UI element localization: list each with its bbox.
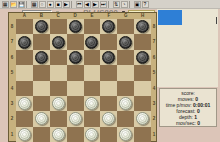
square-d8[interactable] [67, 19, 84, 34]
square-f6[interactable] [100, 50, 117, 65]
square-c8[interactable] [50, 19, 67, 34]
rank-label-7: 7 [8, 34, 16, 49]
square-a5[interactable] [16, 65, 33, 80]
black-man-b6[interactable] [35, 51, 48, 64]
rank-label-2: 2 [151, 111, 157, 126]
move-list-caret [216, 17, 217, 24]
file-label-d: D [67, 13, 84, 19]
rank-label-8: 8 [8, 19, 16, 34]
square-e8[interactable] [84, 19, 101, 34]
save-icon[interactable]: 💾 [18, 1, 25, 8]
square-f8[interactable] [100, 19, 117, 34]
move-list[interactable] [157, 9, 218, 87]
help-icon[interactable]: ? [142, 1, 149, 8]
go-start-icon[interactable]: ⏮ [76, 1, 83, 8]
square-f1[interactable] [100, 127, 117, 142]
square-d1[interactable] [67, 127, 84, 142]
square-f7[interactable] [100, 34, 117, 49]
white-man-c3[interactable] [52, 97, 65, 110]
black-man-b8[interactable] [35, 20, 48, 33]
white-man-h2[interactable] [136, 112, 149, 125]
toolbar-separator [129, 1, 132, 8]
checkers-app-window: ▦📂💾▩○●■▶⏮◀▶⏭⇅◔▣? 0 00:00 0 00:00 PLUS800… [0, 0, 220, 142]
square-e5[interactable] [84, 65, 101, 80]
square-h4[interactable] [134, 81, 151, 96]
square-h8[interactable] [134, 19, 151, 34]
step-back-icon[interactable]: ◀ [84, 1, 91, 8]
square-b3[interactable] [33, 96, 50, 111]
square-d4[interactable] [67, 81, 84, 96]
setup-board-icon[interactable]: ▩ [31, 1, 38, 8]
file-label-e: E [84, 13, 101, 19]
rank-label-3: 3 [8, 96, 16, 111]
square-e1[interactable] [84, 127, 101, 142]
white-man-d2[interactable] [69, 112, 82, 125]
square-a6[interactable] [16, 50, 33, 65]
square-g7[interactable] [117, 34, 134, 49]
square-b7[interactable] [33, 34, 50, 49]
white-piece-icon[interactable]: ○ [39, 1, 46, 8]
square-c5[interactable] [50, 65, 67, 80]
square-b6[interactable] [33, 50, 50, 65]
square-c2[interactable] [50, 111, 67, 126]
square-a4[interactable] [16, 81, 33, 96]
panel-toggle-icon[interactable]: ▣ [134, 1, 141, 8]
square-h3[interactable] [134, 96, 151, 111]
square-a2[interactable] [16, 111, 33, 126]
square-g3[interactable] [117, 96, 134, 111]
black-man-d8[interactable] [69, 20, 82, 33]
square-c7[interactable] [50, 34, 67, 49]
black-man-e7[interactable] [85, 36, 98, 49]
black-man-d6[interactable] [69, 51, 82, 64]
file-labels: ABCDEFGH [16, 13, 151, 19]
square-h1[interactable] [134, 127, 151, 142]
square-f2[interactable] [100, 111, 117, 126]
square-b8[interactable] [33, 19, 50, 34]
move-list-selected-cell[interactable] [158, 10, 182, 25]
rank-labels-left: 87654321 [8, 19, 16, 142]
square-c1[interactable] [50, 127, 67, 142]
black-man-h6[interactable] [136, 51, 149, 64]
square-d2[interactable] [67, 111, 84, 126]
square-h2[interactable] [134, 111, 151, 126]
open-icon[interactable]: 📂 [10, 1, 17, 8]
black-man-f6[interactable] [102, 51, 115, 64]
square-g2[interactable] [117, 111, 134, 126]
square-a8[interactable] [16, 19, 33, 34]
white-man-a1[interactable] [18, 128, 31, 141]
white-man-g3[interactable] [119, 97, 132, 110]
square-g4[interactable] [117, 81, 134, 96]
square-b5[interactable] [33, 65, 50, 80]
square-h5[interactable] [134, 65, 151, 80]
square-g5[interactable] [117, 65, 134, 80]
square-b4[interactable] [33, 81, 50, 96]
file-label-a: A [16, 13, 33, 19]
square-b2[interactable] [33, 111, 50, 126]
square-g1[interactable] [117, 127, 134, 142]
rank-label-6: 6 [8, 50, 16, 65]
rank-label-4: 4 [8, 81, 16, 96]
square-f4[interactable] [100, 81, 117, 96]
rank-label-1: 1 [151, 127, 157, 142]
black-man-h8[interactable] [136, 20, 149, 33]
go-end-icon[interactable]: ⏭ [100, 1, 107, 8]
file-label-b: B [33, 13, 50, 19]
stop-icon[interactable]: ■ [55, 1, 62, 8]
square-e6[interactable] [84, 50, 101, 65]
square-e2[interactable] [84, 111, 101, 126]
square-c4[interactable] [50, 81, 67, 96]
file-label-f: F [100, 13, 117, 19]
rank-label-1: 1 [8, 127, 16, 142]
square-d6[interactable] [67, 50, 84, 65]
black-man-f8[interactable] [102, 20, 115, 33]
square-d7[interactable] [67, 34, 84, 49]
white-man-e3[interactable] [85, 97, 98, 110]
square-c3[interactable] [50, 96, 67, 111]
square-f3[interactable] [100, 96, 117, 111]
new-game-icon[interactable]: ▦ [2, 1, 9, 8]
info-line-movsec: mov/sec: 0 [160, 120, 216, 126]
square-g6[interactable] [117, 50, 134, 65]
black-man-a7[interactable] [18, 36, 31, 49]
file-label-h: H [134, 13, 151, 19]
square-h7[interactable] [134, 34, 151, 49]
engine-info-panel: score: moves: 0time p/mov: 0:00:01foreca… [159, 88, 217, 127]
square-f5[interactable] [100, 65, 117, 80]
white-man-b2[interactable] [35, 112, 48, 125]
toolbar-separator [26, 1, 29, 8]
board-grid[interactable] [16, 19, 151, 142]
rank-label-5: 5 [8, 65, 16, 80]
file-label-c: C [50, 13, 67, 19]
white-man-f2[interactable] [102, 112, 115, 125]
square-a7[interactable] [16, 34, 33, 49]
square-a3[interactable] [16, 96, 33, 111]
white-man-g1[interactable] [119, 128, 132, 141]
square-d5[interactable] [67, 65, 84, 80]
rank-label-3: 3 [151, 96, 157, 111]
square-a1[interactable] [16, 127, 33, 142]
square-g8[interactable] [117, 19, 134, 34]
white-man-c1[interactable] [52, 128, 65, 141]
square-h6[interactable] [134, 50, 151, 65]
toolbar-separator [108, 1, 111, 8]
black-man-c7[interactable] [52, 36, 65, 49]
toolbar-separator [71, 1, 74, 8]
square-e3[interactable] [84, 96, 101, 111]
black-man-g7[interactable] [119, 36, 132, 49]
square-e4[interactable] [84, 81, 101, 96]
file-label-g: G [117, 13, 134, 19]
square-e7[interactable] [84, 34, 101, 49]
white-man-e1[interactable] [85, 128, 98, 141]
black-piece-icon[interactable]: ● [47, 1, 54, 8]
clock-icon[interactable]: ◔ [121, 1, 128, 8]
play-icon[interactable]: ▶ [63, 1, 70, 8]
square-d3[interactable] [67, 96, 84, 111]
rank-label-2: 2 [8, 111, 16, 126]
white-man-a3[interactable] [18, 97, 31, 110]
square-c6[interactable] [50, 50, 67, 65]
step-forward-icon[interactable]: ▶ [92, 1, 99, 8]
square-b1[interactable] [33, 127, 50, 142]
flip-board-icon[interactable]: ⇅ [113, 1, 120, 8]
